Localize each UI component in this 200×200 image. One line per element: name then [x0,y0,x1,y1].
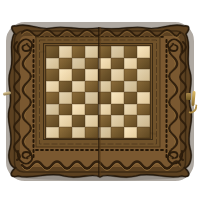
square-d1[interactable] [85,127,98,139]
brass-latch [186,90,198,116]
square-d6[interactable] [85,69,98,81]
square-a4[interactable] [46,92,59,104]
square-e4[interactable] [98,92,111,104]
square-b3[interactable] [59,104,72,116]
square-h8[interactable] [137,46,150,58]
square-e2[interactable] [98,115,111,127]
square-h5[interactable] [137,81,150,93]
square-f6[interactable] [111,69,124,81]
square-e5[interactable] [98,81,111,93]
latch-hook-icon [188,103,197,114]
square-g4[interactable] [124,92,137,104]
square-e6[interactable] [98,69,111,81]
square-g5[interactable] [124,81,137,93]
square-a6[interactable] [46,69,59,81]
square-f1[interactable] [111,127,124,139]
square-g7[interactable] [124,58,137,70]
square-h3[interactable] [137,104,150,116]
square-e7[interactable] [98,58,111,70]
chess-board [46,46,150,138]
product-photo [0,0,200,200]
square-c1[interactable] [72,127,85,139]
square-e8[interactable] [98,46,111,58]
square-h7[interactable] [137,58,150,70]
square-h2[interactable] [137,115,150,127]
square-g2[interactable] [124,115,137,127]
square-f2[interactable] [111,115,124,127]
square-a7[interactable] [46,58,59,70]
square-c5[interactable] [72,81,85,93]
square-c7[interactable] [72,58,85,70]
square-d7[interactable] [85,58,98,70]
latch-plate [186,93,191,100]
square-a3[interactable] [46,104,59,116]
square-d3[interactable] [85,104,98,116]
square-b6[interactable] [59,69,72,81]
square-f5[interactable] [111,81,124,93]
square-b5[interactable] [59,81,72,93]
square-d8[interactable] [85,46,98,58]
square-g8[interactable] [124,46,137,58]
square-c8[interactable] [72,46,85,58]
square-c4[interactable] [72,92,85,104]
square-g6[interactable] [124,69,137,81]
square-e3[interactable] [98,104,111,116]
square-g3[interactable] [124,104,137,116]
square-e1[interactable] [98,127,111,139]
square-d5[interactable] [85,81,98,93]
square-d2[interactable] [85,115,98,127]
square-h6[interactable] [137,69,150,81]
square-b7[interactable] [59,58,72,70]
square-b2[interactable] [59,115,72,127]
square-f3[interactable] [111,104,124,116]
square-c3[interactable] [72,104,85,116]
square-h4[interactable] [137,92,150,104]
square-a1[interactable] [46,127,59,139]
square-a5[interactable] [46,81,59,93]
square-h1[interactable] [137,127,150,139]
square-c6[interactable] [72,69,85,81]
square-d4[interactable] [85,92,98,104]
square-f8[interactable] [111,46,124,58]
square-b1[interactable] [59,127,72,139]
square-f7[interactable] [111,58,124,70]
square-c2[interactable] [72,115,85,127]
square-g1[interactable] [124,127,137,139]
square-b4[interactable] [59,92,72,104]
square-a8[interactable] [46,46,59,58]
square-f4[interactable] [111,92,124,104]
square-a2[interactable] [46,115,59,127]
square-b8[interactable] [59,46,72,58]
